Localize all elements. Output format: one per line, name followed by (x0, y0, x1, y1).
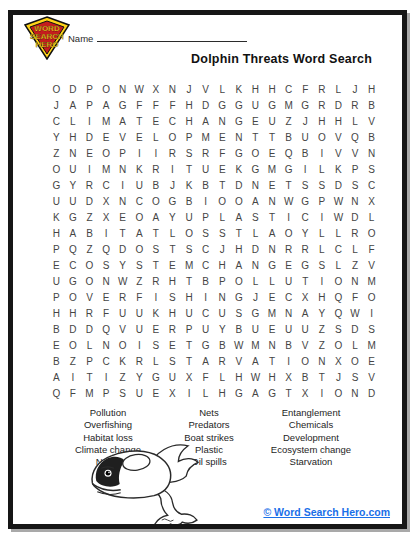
grid-cell[interactable]: T (131, 113, 148, 129)
grid-cell[interactable]: H (164, 305, 181, 321)
grid-cell[interactable]: I (81, 113, 98, 129)
grid-cell[interactable]: P (314, 193, 331, 209)
grid-cell[interactable]: D (347, 321, 364, 337)
grid-cell[interactable]: C (280, 289, 297, 305)
grid-cell[interactable]: O (314, 129, 331, 145)
grid-cell[interactable]: S (347, 369, 364, 385)
grid-cell[interactable]: H (164, 273, 181, 289)
grid-cell[interactable]: B (297, 145, 314, 161)
grid-cell[interactable]: D (330, 177, 347, 193)
grid-cell[interactable]: R (347, 225, 364, 241)
grid-cell[interactable]: R (81, 177, 98, 193)
grid-cell[interactable]: I (81, 161, 98, 177)
grid-cell[interactable]: W (280, 193, 297, 209)
grid-cell[interactable]: N (65, 145, 82, 161)
grid-cell[interactable]: N (98, 337, 115, 353)
grid-cell[interactable]: O (131, 209, 148, 225)
grid-cell[interactable]: K (148, 305, 165, 321)
grid-cell[interactable]: F (148, 97, 165, 113)
grid-cell[interactable]: T (280, 177, 297, 193)
grid-cell[interactable]: O (48, 161, 65, 177)
grid-cell[interactable]: V (347, 145, 364, 161)
grid-cell[interactable]: T (164, 241, 181, 257)
grid-cell[interactable]: M (363, 273, 380, 289)
grid-cell[interactable]: L (314, 225, 331, 241)
grid-cell[interactable]: A (98, 97, 115, 113)
grid-cell[interactable]: A (197, 353, 214, 369)
grid-cell[interactable]: M (247, 337, 264, 353)
grid-cell[interactable]: C (98, 353, 115, 369)
grid-cell[interactable]: G (297, 193, 314, 209)
grid-cell[interactable]: B (231, 321, 248, 337)
grid-cell[interactable]: S (330, 321, 347, 337)
grid-cell[interactable]: V (231, 353, 248, 369)
grid-cell[interactable]: P (214, 273, 231, 289)
grid-cell[interactable]: O (363, 289, 380, 305)
grid-cell[interactable]: I (314, 145, 331, 161)
grid-cell[interactable]: L (264, 273, 281, 289)
grid-cell[interactable]: U (65, 193, 82, 209)
grid-cell[interactable]: T (214, 177, 231, 193)
grid-cell[interactable]: Y (48, 129, 65, 145)
grid-cell[interactable]: R (280, 241, 297, 257)
grid-cell[interactable]: A (197, 113, 214, 129)
grid-cell[interactable]: G (114, 97, 131, 113)
grid-cell[interactable]: F (363, 241, 380, 257)
grid-cell[interactable]: N (280, 305, 297, 321)
grid-cell[interactable]: F (197, 369, 214, 385)
grid-cell[interactable]: R (81, 305, 98, 321)
grid-cell[interactable]: J (347, 81, 364, 97)
grid-cell[interactable]: H (214, 257, 231, 273)
grid-cell[interactable]: D (81, 321, 98, 337)
grid-cell[interactable]: E (48, 257, 65, 273)
grid-cell[interactable]: P (81, 353, 98, 369)
grid-cell[interactable]: P (347, 161, 364, 177)
grid-cell[interactable]: S (314, 257, 331, 273)
grid-cell[interactable]: M (264, 305, 281, 321)
grid-cell[interactable]: L (347, 241, 364, 257)
grid-cell[interactable]: G (297, 97, 314, 113)
grid-cell[interactable]: A (231, 209, 248, 225)
grid-cell[interactable]: B (280, 337, 297, 353)
grid-cell[interactable]: B (48, 321, 65, 337)
grid-cell[interactable]: H (181, 113, 198, 129)
grid-cell[interactable]: H (314, 289, 331, 305)
grid-cell[interactable]: W (114, 273, 131, 289)
grid-cell[interactable]: S (148, 241, 165, 257)
grid-cell[interactable]: H (264, 81, 281, 97)
grid-cell[interactable]: I (181, 385, 198, 401)
grid-cell[interactable]: K (131, 161, 148, 177)
grid-cell[interactable]: O (247, 145, 264, 161)
grid-cell[interactable]: H (48, 225, 65, 241)
grid-cell[interactable]: E (148, 385, 165, 401)
grid-cell[interactable]: E (98, 129, 115, 145)
grid-cell[interactable]: R (214, 353, 231, 369)
grid-cell[interactable]: F (131, 289, 148, 305)
grid-cell[interactable]: E (148, 113, 165, 129)
grid-cell[interactable]: Z (114, 369, 131, 385)
grid-cell[interactable]: E (214, 161, 231, 177)
grid-cell[interactable]: N (114, 81, 131, 97)
grid-cell[interactable]: T (181, 273, 198, 289)
grid-cell[interactable]: A (247, 385, 264, 401)
grid-cell[interactable]: E (264, 145, 281, 161)
grid-cell[interactable]: M (363, 337, 380, 353)
grid-cell[interactable]: X (98, 193, 115, 209)
grid-cell[interactable]: Z (280, 113, 297, 129)
grid-cell[interactable]: T (264, 353, 281, 369)
grid-cell[interactable]: D (330, 97, 347, 113)
grid-cell[interactable]: G (231, 145, 248, 161)
grid-cell[interactable]: U (131, 305, 148, 321)
grid-cell[interactable]: I (297, 161, 314, 177)
grid-cell[interactable]: T (247, 129, 264, 145)
grid-cell[interactable]: W (231, 337, 248, 353)
grid-cell[interactable]: A (247, 193, 264, 209)
grid-cell[interactable]: D (114, 241, 131, 257)
grid-cell[interactable]: U (297, 321, 314, 337)
grid-cell[interactable]: I (131, 145, 148, 161)
grid-cell[interactable]: I (197, 193, 214, 209)
grid-cell[interactable]: C (197, 305, 214, 321)
grid-cell[interactable]: G (264, 257, 281, 273)
grid-cell[interactable]: U (131, 177, 148, 193)
grid-cell[interactable]: M (280, 97, 297, 113)
grid-cell[interactable]: I (314, 209, 331, 225)
grid-cell[interactable]: M (264, 161, 281, 177)
grid-cell[interactable]: C (164, 113, 181, 129)
grid-cell[interactable]: R (164, 321, 181, 337)
grid-cell[interactable]: M (181, 257, 198, 273)
grid-cell[interactable]: N (363, 145, 380, 161)
grid-cell[interactable]: B (148, 177, 165, 193)
grid-cell[interactable]: Q (48, 385, 65, 401)
grid-cell[interactable]: X (98, 209, 115, 225)
grid-cell[interactable]: Z (65, 353, 82, 369)
grid-cell[interactable]: R (314, 97, 331, 113)
footer-link[interactable]: © Word Search Hero.com (263, 506, 390, 518)
grid-cell[interactable]: B (48, 353, 65, 369)
grid-cell[interactable]: S (247, 209, 264, 225)
grid-cell[interactable]: X (280, 369, 297, 385)
grid-cell[interactable]: U (114, 305, 131, 321)
grid-cell[interactable]: R (148, 273, 165, 289)
grid-cell[interactable]: R (164, 145, 181, 161)
grid-cell[interactable]: K (181, 177, 198, 193)
grid-cell[interactable]: N (314, 353, 331, 369)
grid-cell[interactable]: A (231, 257, 248, 273)
grid-cell[interactable]: P (114, 145, 131, 161)
grid-cell[interactable]: G (264, 97, 281, 113)
grid-cell[interactable]: W (247, 369, 264, 385)
grid-cell[interactable]: P (181, 129, 198, 145)
grid-cell[interactable]: O (98, 145, 115, 161)
grid-cell[interactable]: L (164, 225, 181, 241)
grid-cell[interactable]: J (48, 97, 65, 113)
grid-cell[interactable]: U (48, 193, 65, 209)
grid-cell[interactable]: J (181, 81, 198, 97)
grid-cell[interactable]: T (297, 273, 314, 289)
grid-cell[interactable]: L (330, 225, 347, 241)
grid-cell[interactable]: N (247, 177, 264, 193)
grid-cell[interactable]: D (347, 209, 364, 225)
grid-cell[interactable]: A (65, 225, 82, 241)
grid-cell[interactable]: C (197, 257, 214, 273)
grid-cell[interactable]: M (81, 385, 98, 401)
grid-cell[interactable]: Q (347, 129, 364, 145)
grid-cell[interactable]: R (197, 145, 214, 161)
grid-cell[interactable]: Y (131, 369, 148, 385)
grid-cell[interactable]: Q (98, 321, 115, 337)
grid-cell[interactable]: H (48, 305, 65, 321)
grid-cell[interactable]: F (297, 81, 314, 97)
grid-cell[interactable]: A (148, 209, 165, 225)
grid-cell[interactable]: X (297, 385, 314, 401)
grid-cell[interactable]: G (65, 209, 82, 225)
grid-cell[interactable]: T (148, 257, 165, 273)
grid-cell[interactable]: O (330, 385, 347, 401)
grid-cell[interactable]: V (330, 145, 347, 161)
grid-cell[interactable]: F (131, 97, 148, 113)
grid-cell[interactable]: K (231, 161, 248, 177)
grid-cell[interactable]: J (214, 241, 231, 257)
grid-cell[interactable]: N (347, 193, 364, 209)
grid-cell[interactable]: O (347, 353, 364, 369)
grid-cell[interactable]: U (65, 161, 82, 177)
grid-cell[interactable]: N (164, 81, 181, 97)
grid-cell[interactable]: Y (314, 305, 331, 321)
grid-cell[interactable]: T (181, 337, 198, 353)
grid-cell[interactable]: L (330, 257, 347, 273)
grid-cell[interactable]: G (231, 113, 248, 129)
grid-cell[interactable]: R (114, 289, 131, 305)
grid-cell[interactable]: L (214, 81, 231, 97)
grid-cell[interactable]: H (181, 289, 198, 305)
grid-cell[interactable]: U (197, 321, 214, 337)
grid-cell[interactable]: Q (65, 241, 82, 257)
grid-cell[interactable]: G (214, 97, 231, 113)
grid-cell[interactable]: G (297, 257, 314, 273)
grid-cell[interactable]: O (98, 81, 115, 97)
grid-cell[interactable]: S (114, 385, 131, 401)
grid-cell[interactable]: W (131, 81, 148, 97)
grid-cell[interactable]: T (81, 369, 98, 385)
grid-cell[interactable]: G (164, 193, 181, 209)
grid-cell[interactable]: D (231, 177, 248, 193)
grid-cell[interactable]: X (164, 385, 181, 401)
grid-cell[interactable]: K (231, 81, 248, 97)
grid-cell[interactable]: L (363, 209, 380, 225)
grid-cell[interactable]: U (164, 369, 181, 385)
grid-cell[interactable]: I (164, 161, 181, 177)
grid-cell[interactable]: E (363, 353, 380, 369)
grid-cell[interactable]: E (247, 113, 264, 129)
grid-cell[interactable]: I (280, 209, 297, 225)
grid-cell[interactable]: F (347, 289, 364, 305)
grid-cell[interactable]: S (297, 177, 314, 193)
grid-cell[interactable]: B (297, 369, 314, 385)
grid-cell[interactable]: R (131, 353, 148, 369)
grid-cell[interactable]: M (98, 113, 115, 129)
grid-cell[interactable]: T (148, 225, 165, 241)
grid-cell[interactable]: U (247, 97, 264, 113)
grid-cell[interactable]: O (131, 241, 148, 257)
grid-cell[interactable]: E (264, 289, 281, 305)
grid-cell[interactable]: R (314, 81, 331, 97)
grid-cell[interactable]: K (330, 161, 347, 177)
grid-cell[interactable]: V (363, 113, 380, 129)
grid-cell[interactable]: S (164, 353, 181, 369)
grid-cell[interactable]: D (65, 321, 82, 337)
grid-cell[interactable]: Q (330, 289, 347, 305)
grid-cell[interactable]: M (197, 129, 214, 145)
grid-cell[interactable]: N (264, 193, 281, 209)
grid-cell[interactable]: T (314, 369, 331, 385)
grid-cell[interactable]: O (231, 193, 248, 209)
grid-cell[interactable]: I (363, 305, 380, 321)
grid-cell[interactable]: E (148, 321, 165, 337)
grid-cell[interactable]: Y (114, 257, 131, 273)
grid-cell[interactable]: P (98, 385, 115, 401)
grid-cell[interactable]: R (148, 161, 165, 177)
grid-cell[interactable]: A (247, 353, 264, 369)
grid-cell[interactable]: E (264, 177, 281, 193)
grid-cell[interactable]: L (197, 385, 214, 401)
grid-cell[interactable]: V (363, 369, 380, 385)
grid-cell[interactable]: G (247, 305, 264, 321)
grid-cell[interactable]: Z (131, 273, 148, 289)
grid-cell[interactable]: V (297, 337, 314, 353)
grid-cell[interactable]: U (297, 129, 314, 145)
grid-cell[interactable]: N (214, 289, 231, 305)
grid-cell[interactable]: N (264, 337, 281, 353)
grid-cell[interactable]: O (363, 225, 380, 241)
grid-cell[interactable]: S (181, 145, 198, 161)
grid-cell[interactable]: X (330, 353, 347, 369)
grid-cell[interactable]: S (214, 225, 231, 241)
grid-cell[interactable]: B (197, 177, 214, 193)
grid-cell[interactable]: U (131, 385, 148, 401)
grid-cell[interactable]: L (330, 81, 347, 97)
grid-cell[interactable]: L (314, 161, 331, 177)
grid-cell[interactable]: G (197, 337, 214, 353)
grid-cell[interactable]: N (114, 161, 131, 177)
grid-cell[interactable]: H (247, 81, 264, 97)
grid-cell[interactable]: H (231, 369, 248, 385)
grid-cell[interactable]: O (330, 273, 347, 289)
grid-cell[interactable]: L (314, 241, 331, 257)
grid-cell[interactable]: U (264, 113, 281, 129)
grid-cell[interactable]: B (363, 129, 380, 145)
grid-cell[interactable]: I (314, 385, 331, 401)
grid-cell[interactable]: M (98, 161, 115, 177)
grid-cell[interactable]: G (148, 369, 165, 385)
grid-cell[interactable]: P (197, 209, 214, 225)
grid-cell[interactable]: N (114, 193, 131, 209)
grid-cell[interactable]: E (81, 145, 98, 161)
grid-cell[interactable]: O (81, 257, 98, 273)
grid-cell[interactable]: A (114, 113, 131, 129)
grid-cell[interactable]: S (98, 257, 115, 273)
grid-cell[interactable]: H (214, 385, 231, 401)
grid-cell[interactable]: S (363, 321, 380, 337)
grid-cell[interactable]: O (280, 225, 297, 241)
grid-cell[interactable]: T (264, 209, 281, 225)
grid-cell[interactable]: N (214, 113, 231, 129)
grid-cell[interactable]: L (148, 129, 165, 145)
grid-cell[interactable]: D (247, 241, 264, 257)
grid-cell[interactable]: G (280, 161, 297, 177)
grid-cell[interactable]: L (247, 225, 264, 241)
grid-cell[interactable]: O (181, 225, 198, 241)
grid-cell[interactable]: H (181, 97, 198, 113)
grid-cell[interactable]: T (264, 129, 281, 145)
grid-cell[interactable]: H (264, 369, 281, 385)
grid-cell[interactable]: G (231, 289, 248, 305)
grid-cell[interactable]: Z (314, 321, 331, 337)
grid-cell[interactable]: H (330, 113, 347, 129)
grid-cell[interactable]: G (65, 273, 82, 289)
grid-cell[interactable]: P (48, 289, 65, 305)
grid-cell[interactable]: C (131, 193, 148, 209)
grid-cell[interactable]: P (81, 97, 98, 113)
grid-cell[interactable]: S (131, 257, 148, 273)
grid-cell[interactable]: X (181, 369, 198, 385)
grid-cell[interactable]: I (65, 369, 82, 385)
grid-cell[interactable]: U (280, 273, 297, 289)
grid-cell[interactable]: O (114, 337, 131, 353)
grid-cell[interactable]: I (314, 273, 331, 289)
grid-cell[interactable]: T (114, 225, 131, 241)
grid-cell[interactable]: O (148, 193, 165, 209)
grid-cell[interactable]: Q (98, 241, 115, 257)
grid-cell[interactable]: I (148, 289, 165, 305)
grid-cell[interactable]: H (363, 81, 380, 97)
grid-cell[interactable]: L (214, 369, 231, 385)
grid-cell[interactable]: H (65, 129, 82, 145)
grid-cell[interactable]: B (81, 225, 98, 241)
grid-cell[interactable]: O (48, 81, 65, 97)
grid-cell[interactable]: X (363, 193, 380, 209)
grid-cell[interactable]: Y (65, 177, 82, 193)
grid-cell[interactable]: R (297, 241, 314, 257)
grid-cell[interactable]: S (363, 161, 380, 177)
grid-cell[interactable]: C (297, 209, 314, 225)
grid-cell[interactable]: O (81, 273, 98, 289)
grid-cell[interactable]: U (197, 161, 214, 177)
grid-cell[interactable]: B (197, 273, 214, 289)
grid-cell[interactable]: E (264, 321, 281, 337)
grid-cell[interactable]: C (65, 257, 82, 273)
grid-cell[interactable]: T (181, 353, 198, 369)
grid-cell[interactable]: C (48, 113, 65, 129)
grid-cell[interactable]: E (164, 257, 181, 273)
grid-cell[interactable]: S (231, 305, 248, 321)
grid-cell[interactable]: U (280, 321, 297, 337)
grid-cell[interactable]: C (330, 241, 347, 257)
grid-cell[interactable]: I (197, 289, 214, 305)
grid-cell[interactable]: L (148, 353, 165, 369)
grid-cell[interactable]: L (347, 337, 364, 353)
grid-cell[interactable]: Y (297, 225, 314, 241)
grid-cell[interactable]: V (114, 321, 131, 337)
grid-cell[interactable]: S (148, 337, 165, 353)
grid-cell[interactable]: O (297, 353, 314, 369)
grid-cell[interactable]: U (181, 305, 198, 321)
grid-cell[interactable]: S (181, 241, 198, 257)
